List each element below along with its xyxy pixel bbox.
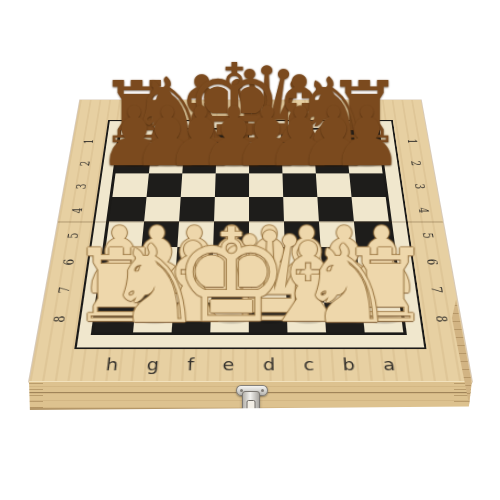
square: [151, 129, 185, 150]
square: [249, 197, 284, 222]
rank-label: 2: [409, 160, 422, 165]
square: [214, 197, 249, 222]
rank-label: 1: [406, 139, 419, 144]
piece-shadow: [140, 285, 175, 296]
square: [349, 173, 385, 196]
rank-label: 1: [82, 139, 95, 144]
piece-shadow: [177, 285, 212, 296]
file-label: e: [229, 106, 237, 115]
light-pawn-glyph: ♟: [228, 225, 310, 297]
file-label: h: [136, 106, 145, 115]
square: [317, 197, 354, 222]
square: [313, 129, 347, 150]
square: [112, 173, 148, 196]
square: [281, 151, 315, 173]
square: [180, 173, 215, 196]
light-pawn-glyph: ♟: [303, 225, 385, 297]
piece-shadow: [326, 285, 361, 296]
square: [109, 197, 146, 222]
file-label: d: [261, 106, 270, 115]
rank-label: 2: [79, 160, 92, 165]
square: [182, 151, 216, 173]
square: [146, 173, 182, 196]
piece-shadow: [252, 285, 286, 296]
piece-shadow: [175, 313, 210, 324]
square: [249, 151, 282, 173]
light-pawn-glyph: ♟: [153, 225, 235, 297]
piece-shadow: [363, 285, 398, 296]
piece-shadow: [103, 285, 138, 296]
light-pawn-glyph: ♟: [116, 225, 198, 297]
piece-shadow: [328, 313, 364, 324]
file-label: f: [201, 106, 206, 115]
square: [144, 197, 181, 222]
chessboard: hgfedcba hgfedcba 12345678 12345678 ♜♞♝♚…: [58, 30, 443, 415]
square: [183, 129, 216, 150]
square: [216, 129, 249, 150]
piece-shadow: [289, 285, 324, 296]
square: [249, 129, 282, 150]
square: [118, 129, 153, 150]
file-label: b: [323, 106, 332, 115]
rank-label: 3: [413, 183, 426, 189]
square: [351, 197, 388, 222]
rank-label: 4: [71, 207, 85, 213]
piece-shadow: [252, 313, 287, 324]
light-pawn-glyph: ♟: [340, 225, 422, 297]
square: [314, 151, 349, 173]
piece-shadow: [290, 313, 325, 324]
light-queen-piece: ♛: [220, 228, 319, 326]
board-front-edge: [29, 381, 472, 410]
light-pawn-glyph: ♟: [78, 225, 160, 297]
square: [315, 173, 351, 196]
light-queen-glyph: ♛: [215, 230, 325, 326]
square: [249, 173, 283, 196]
square: [214, 173, 248, 196]
file-label: g: [169, 106, 178, 115]
rank-label: 4: [417, 207, 431, 213]
square: [148, 151, 183, 173]
light-pawn-glyph: ♟: [265, 225, 347, 297]
light-king-glyph: ♚: [173, 225, 289, 326]
rank-label: 3: [75, 183, 88, 189]
piece-shadow: [366, 313, 402, 324]
file-label: c: [293, 106, 301, 115]
piece-shadow: [137, 313, 173, 324]
square: [215, 151, 248, 173]
square: [179, 197, 215, 222]
file-label: a: [355, 106, 364, 115]
square: [344, 129, 379, 150]
metal-clasp: [234, 385, 268, 421]
piece-shadow: [215, 285, 249, 296]
square: [115, 151, 151, 173]
light-pawn-glyph: ♟: [191, 225, 273, 297]
finger-joint-left: [29, 382, 43, 408]
square: [347, 151, 383, 173]
product-photo: hgfedcba hgfedcba 12345678 12345678 ♜♞♝♚…: [0, 0, 500, 500]
piece-shadow: [214, 313, 249, 324]
board-top-surface: hgfedcba hgfedcba 12345678 12345678 ♜♞♝♚…: [29, 100, 471, 382]
piece-shadow: [99, 313, 135, 324]
square: [281, 129, 314, 150]
square: [283, 197, 319, 222]
square: [282, 173, 317, 196]
